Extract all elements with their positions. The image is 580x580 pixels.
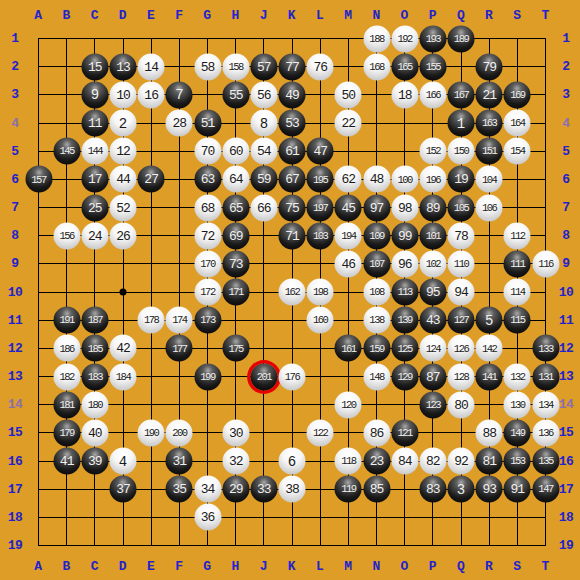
move-number: 92 [454, 455, 468, 468]
stone-white-Q12: 126 [448, 335, 475, 362]
row-label-11: 11 [559, 312, 574, 327]
row-label-15: 15 [559, 425, 574, 440]
stone-white-O6: 100 [391, 166, 418, 193]
move-number: 71 [285, 229, 299, 242]
move-number: 159 [369, 343, 383, 354]
column-label-E: E [147, 559, 154, 574]
stone-white-G9: 170 [194, 250, 221, 277]
move-number: 194 [341, 230, 355, 241]
stone-black-S17: 91 [504, 476, 531, 503]
column-label-Q: Q [457, 559, 464, 574]
move-number: 187 [88, 315, 102, 326]
stone-white-N2: 168 [363, 53, 390, 80]
move-number: 79 [482, 60, 496, 73]
stone-black-Q4: 1 [448, 110, 475, 137]
row-label-18: 18 [8, 509, 23, 524]
stone-white-M8: 194 [335, 222, 362, 249]
stone-black-M17: 119 [335, 476, 362, 503]
move-number: 121 [398, 428, 412, 439]
stone-black-O13: 129 [391, 363, 418, 390]
move-number: 25 [88, 201, 102, 214]
stone-white-D16: 4 [110, 448, 137, 475]
move-number: 185 [88, 343, 102, 354]
move-number: 4 [119, 454, 127, 468]
move-number: 53 [285, 117, 299, 130]
move-number: 73 [229, 257, 243, 270]
move-number: 114 [510, 287, 524, 298]
row-label-16: 16 [559, 453, 574, 468]
move-number: 174 [172, 315, 186, 326]
move-number: 42 [116, 342, 130, 355]
stone-black-O12: 125 [391, 335, 418, 362]
move-number: 116 [538, 259, 552, 270]
stone-white-E15: 190 [138, 419, 165, 446]
stone-white-N11: 138 [363, 307, 390, 334]
stone-black-P8: 101 [419, 222, 446, 249]
move-number: 162 [285, 287, 299, 298]
column-label-R: R [485, 8, 492, 23]
move-number: 39 [88, 455, 102, 468]
stone-black-S16: 153 [504, 448, 531, 475]
stone-black-B11: 191 [53, 307, 80, 334]
stone-white-H2: 158 [222, 53, 249, 80]
column-label-H: H [232, 559, 239, 574]
move-number: 135 [538, 456, 552, 467]
stone-white-T9: 116 [532, 250, 559, 277]
stone-black-L5: 47 [307, 138, 334, 165]
stone-white-E3: 16 [138, 81, 165, 108]
move-number: 108 [369, 287, 383, 298]
stone-white-F15: 200 [166, 419, 193, 446]
column-label-D: D [119, 559, 126, 574]
move-number: 136 [538, 428, 552, 439]
move-number: 182 [59, 371, 73, 382]
column-label-J: J [260, 559, 267, 574]
stone-white-T15: 136 [532, 419, 559, 446]
stone-white-N6: 48 [363, 166, 390, 193]
move-number: 75 [285, 201, 299, 214]
stone-white-P6: 196 [419, 166, 446, 193]
stone-white-S10: 114 [504, 279, 531, 306]
stone-white-K16: 6 [279, 448, 306, 475]
stone-black-K5: 61 [279, 138, 306, 165]
stone-black-C16: 39 [81, 448, 108, 475]
move-number: 11 [88, 117, 102, 130]
move-number: 158 [228, 61, 242, 72]
last-move-stone-black-J13: 201 [250, 363, 277, 390]
move-number: 139 [398, 315, 412, 326]
move-number: 1 [457, 116, 465, 130]
stone-black-P10: 95 [419, 279, 446, 306]
row-label-5: 5 [11, 143, 18, 158]
stone-black-R17: 93 [476, 476, 503, 503]
move-number: 156 [59, 230, 73, 241]
move-number: 184 [116, 371, 130, 382]
stone-black-G11: 173 [194, 307, 221, 334]
move-number: 80 [454, 398, 468, 411]
stone-black-K4: 53 [279, 110, 306, 137]
move-number: 110 [454, 259, 468, 270]
stone-white-B8: 156 [53, 222, 80, 249]
move-number: 100 [398, 174, 412, 185]
move-number: 107 [369, 259, 383, 270]
stone-black-K6: 67 [279, 166, 306, 193]
stone-black-H3: 55 [222, 81, 249, 108]
row-label-9: 9 [562, 256, 569, 271]
column-label-E: E [147, 8, 154, 23]
move-number: 201 [257, 371, 271, 382]
stone-white-S8: 112 [504, 222, 531, 249]
move-number: 96 [398, 257, 412, 270]
stone-black-L7: 197 [307, 194, 334, 221]
stone-white-C8: 24 [81, 222, 108, 249]
move-number: 172 [200, 287, 214, 298]
move-number: 36 [201, 511, 215, 524]
row-label-13: 13 [8, 369, 23, 384]
stone-black-P1: 193 [419, 25, 446, 52]
stone-white-R7: 106 [476, 194, 503, 221]
move-number: 46 [342, 257, 356, 270]
row-label-13: 13 [559, 369, 574, 384]
column-label-S: S [513, 8, 520, 23]
move-number: 17 [88, 173, 102, 186]
stone-black-O2: 165 [391, 53, 418, 80]
stone-white-J3: 56 [250, 81, 277, 108]
stone-white-S4: 164 [504, 110, 531, 137]
row-label-6: 6 [11, 171, 18, 186]
move-number: 200 [172, 428, 186, 439]
stone-black-C3: 9 [81, 81, 108, 108]
move-number: 148 [369, 371, 383, 382]
stone-black-F12: 177 [166, 335, 193, 362]
stone-black-J17: 33 [250, 476, 277, 503]
stone-black-P17: 83 [419, 476, 446, 503]
move-number: 181 [59, 399, 73, 410]
column-label-P: P [429, 559, 436, 574]
move-number: 76 [313, 60, 327, 73]
stone-black-N8: 109 [363, 222, 390, 249]
move-number: 128 [454, 371, 468, 382]
move-number: 101 [426, 230, 440, 241]
grid-line-horizontal [38, 517, 546, 518]
stone-black-G13: 199 [194, 363, 221, 390]
move-number: 126 [454, 343, 468, 354]
stone-black-C13: 183 [81, 363, 108, 390]
move-number: 31 [173, 455, 187, 468]
column-label-Q: Q [457, 8, 464, 23]
stone-white-G2: 58 [194, 53, 221, 80]
move-number: 34 [201, 483, 215, 496]
move-number: 8 [260, 116, 268, 130]
stone-white-H6: 64 [222, 166, 249, 193]
column-label-H: H [232, 8, 239, 23]
stone-white-L15: 122 [307, 419, 334, 446]
move-number: 27 [144, 173, 158, 186]
move-number: 15 [88, 60, 102, 73]
stone-black-S11: 115 [504, 307, 531, 334]
move-number: 169 [510, 90, 524, 101]
move-number: 131 [538, 371, 552, 382]
column-label-K: K [288, 8, 295, 23]
move-number: 177 [172, 343, 186, 354]
row-label-5: 5 [562, 143, 569, 158]
stone-white-O3: 18 [391, 81, 418, 108]
move-number: 14 [144, 60, 158, 73]
move-number: 2 [119, 116, 127, 130]
stone-white-E11: 178 [138, 307, 165, 334]
move-number: 119 [341, 484, 355, 495]
column-label-G: G [203, 8, 210, 23]
move-number: 33 [257, 483, 271, 496]
row-label-17: 17 [559, 481, 574, 496]
move-number: 16 [144, 88, 158, 101]
move-number: 152 [426, 146, 440, 157]
stone-black-N17: 85 [363, 476, 390, 503]
row-label-10: 10 [8, 284, 23, 299]
stone-black-H17: 29 [222, 476, 249, 503]
stone-white-Q16: 92 [448, 448, 475, 475]
stone-black-B16: 41 [53, 448, 80, 475]
move-number: 78 [454, 229, 468, 242]
stone-black-L6: 195 [307, 166, 334, 193]
column-label-D: D [119, 8, 126, 23]
go-board[interactable]: AABBCCDDEEFFGGHHJJKKLLMMNNOOPPQQRRSSTT11… [0, 0, 580, 580]
column-label-T: T [541, 559, 548, 574]
stone-white-J5: 54 [250, 138, 277, 165]
stone-black-R13: 141 [476, 363, 503, 390]
move-number: 56 [257, 88, 271, 101]
column-label-L: L [316, 559, 323, 574]
move-number: 138 [369, 315, 383, 326]
stone-white-G8: 72 [194, 222, 221, 249]
move-number: 68 [201, 201, 215, 214]
move-number: 12 [116, 145, 130, 158]
column-label-R: R [485, 559, 492, 574]
stone-white-R15: 88 [476, 419, 503, 446]
move-number: 97 [370, 201, 384, 214]
row-label-14: 14 [8, 397, 23, 412]
row-label-9: 9 [11, 256, 18, 271]
stone-black-M7: 45 [335, 194, 362, 221]
stone-white-G17: 34 [194, 476, 221, 503]
move-number: 130 [510, 399, 524, 410]
move-number: 120 [341, 399, 355, 410]
row-label-19: 19 [559, 538, 574, 553]
move-number: 151 [482, 146, 496, 157]
move-number: 109 [369, 230, 383, 241]
stone-black-P7: 89 [419, 194, 446, 221]
stone-black-N7: 97 [363, 194, 390, 221]
move-number: 104 [482, 174, 496, 185]
move-number: 118 [341, 456, 355, 467]
stone-black-N12: 159 [363, 335, 390, 362]
stone-black-C12: 185 [81, 335, 108, 362]
column-label-L: L [316, 8, 323, 23]
stone-white-Q9: 110 [448, 250, 475, 277]
row-label-15: 15 [8, 425, 23, 440]
move-number: 89 [426, 201, 440, 214]
move-number: 179 [59, 428, 73, 439]
stone-white-D8: 26 [110, 222, 137, 249]
stone-white-M4: 22 [335, 110, 362, 137]
stone-white-L10: 198 [307, 279, 334, 306]
stone-white-K17: 38 [279, 476, 306, 503]
column-label-K: K [288, 559, 295, 574]
stone-white-B12: 186 [53, 335, 80, 362]
move-number: 84 [398, 455, 412, 468]
move-number: 103 [313, 230, 327, 241]
row-label-12: 12 [8, 340, 23, 355]
stone-black-H10: 171 [222, 279, 249, 306]
row-label-18: 18 [559, 509, 574, 524]
stone-white-Q14: 80 [448, 391, 475, 418]
row-label-1: 1 [562, 31, 569, 46]
row-label-14: 14 [559, 397, 574, 412]
move-number: 145 [59, 146, 73, 157]
stone-black-J6: 59 [250, 166, 277, 193]
column-label-M: M [344, 559, 351, 574]
row-label-3: 3 [11, 87, 18, 102]
stone-black-Q3: 167 [448, 81, 475, 108]
column-label-B: B [63, 559, 70, 574]
stone-white-P3: 166 [419, 81, 446, 108]
move-number: 178 [144, 315, 158, 326]
move-number: 154 [510, 146, 524, 157]
column-label-S: S [513, 559, 520, 574]
move-number: 124 [426, 343, 440, 354]
move-number: 98 [398, 201, 412, 214]
stone-white-D13: 184 [110, 363, 137, 390]
move-number: 60 [229, 145, 243, 158]
move-number: 160 [313, 315, 327, 326]
column-label-O: O [401, 8, 408, 23]
move-number: 190 [144, 428, 158, 439]
stone-white-N10: 108 [363, 279, 390, 306]
move-number: 48 [370, 173, 384, 186]
move-number: 13 [116, 60, 130, 73]
stone-white-H16: 32 [222, 448, 249, 475]
stone-black-S9: 111 [504, 250, 531, 277]
row-label-1: 1 [11, 31, 18, 46]
stone-white-P16: 82 [419, 448, 446, 475]
move-number: 70 [201, 145, 215, 158]
stone-black-J2: 57 [250, 53, 277, 80]
move-number: 81 [482, 455, 496, 468]
column-label-F: F [175, 8, 182, 23]
column-label-C: C [91, 8, 98, 23]
stone-white-L11: 160 [307, 307, 334, 334]
stone-white-M6: 62 [335, 166, 362, 193]
move-number: 72 [201, 229, 215, 242]
move-number: 5 [485, 313, 493, 327]
move-number: 142 [482, 343, 496, 354]
move-number: 183 [88, 371, 102, 382]
move-number: 189 [454, 33, 468, 44]
move-number: 91 [511, 483, 525, 496]
row-label-12: 12 [559, 340, 574, 355]
move-number: 22 [342, 117, 356, 130]
stone-white-J7: 66 [250, 194, 277, 221]
row-label-2: 2 [562, 59, 569, 74]
stone-black-A6: 157 [25, 166, 52, 193]
move-number: 150 [454, 146, 468, 157]
stone-white-K13: 176 [279, 363, 306, 390]
stone-white-C5: 144 [81, 138, 108, 165]
stone-white-P9: 102 [419, 250, 446, 277]
stone-black-O10: 113 [391, 279, 418, 306]
move-number: 127 [454, 315, 468, 326]
move-number: 122 [313, 428, 327, 439]
stone-black-H8: 69 [222, 222, 249, 249]
stone-white-D3: 10 [110, 81, 137, 108]
move-number: 23 [370, 455, 384, 468]
row-label-11: 11 [8, 312, 23, 327]
stone-white-O7: 98 [391, 194, 418, 221]
move-number: 157 [31, 174, 45, 185]
stone-black-R2: 79 [476, 53, 503, 80]
move-number: 94 [454, 286, 468, 299]
stone-white-G7: 68 [194, 194, 221, 221]
stone-white-N15: 86 [363, 419, 390, 446]
move-number: 165 [398, 61, 412, 72]
move-number: 155 [426, 61, 440, 72]
stone-white-G10: 172 [194, 279, 221, 306]
stone-white-H15: 30 [222, 419, 249, 446]
stone-white-T14: 134 [532, 391, 559, 418]
stone-black-M12: 161 [335, 335, 362, 362]
move-number: 115 [510, 315, 524, 326]
column-label-A: A [34, 559, 41, 574]
move-number: 77 [285, 60, 299, 73]
stone-black-R16: 81 [476, 448, 503, 475]
stone-white-H5: 60 [222, 138, 249, 165]
stone-white-G5: 70 [194, 138, 221, 165]
move-number: 7 [175, 88, 183, 102]
move-number: 83 [426, 483, 440, 496]
move-number: 129 [398, 371, 412, 382]
row-label-3: 3 [562, 87, 569, 102]
stone-black-B15: 179 [53, 419, 80, 446]
move-number: 40 [88, 426, 102, 439]
stone-black-T13: 131 [532, 363, 559, 390]
move-number: 10 [116, 88, 130, 101]
stone-black-R5: 151 [476, 138, 503, 165]
row-label-8: 8 [562, 228, 569, 243]
stone-black-G4: 51 [194, 110, 221, 137]
stone-white-J4: 8 [250, 110, 277, 137]
move-number: 191 [59, 315, 73, 326]
move-number: 32 [229, 455, 243, 468]
column-label-J: J [260, 8, 267, 23]
stone-black-R3: 21 [476, 81, 503, 108]
row-label-2: 2 [11, 59, 18, 74]
move-number: 102 [426, 259, 440, 270]
stone-white-B13: 182 [53, 363, 80, 390]
stone-black-Q1: 189 [448, 25, 475, 52]
move-number: 153 [510, 456, 524, 467]
column-label-B: B [63, 8, 70, 23]
move-number: 62 [342, 173, 356, 186]
stone-black-F17: 35 [166, 476, 193, 503]
move-number: 105 [454, 202, 468, 213]
move-number: 21 [482, 88, 496, 101]
stone-white-M9: 46 [335, 250, 362, 277]
stone-black-Q6: 19 [448, 166, 475, 193]
move-number: 6 [288, 454, 296, 468]
move-number: 171 [228, 287, 242, 298]
move-number: 106 [482, 202, 496, 213]
move-number: 111 [510, 259, 524, 270]
